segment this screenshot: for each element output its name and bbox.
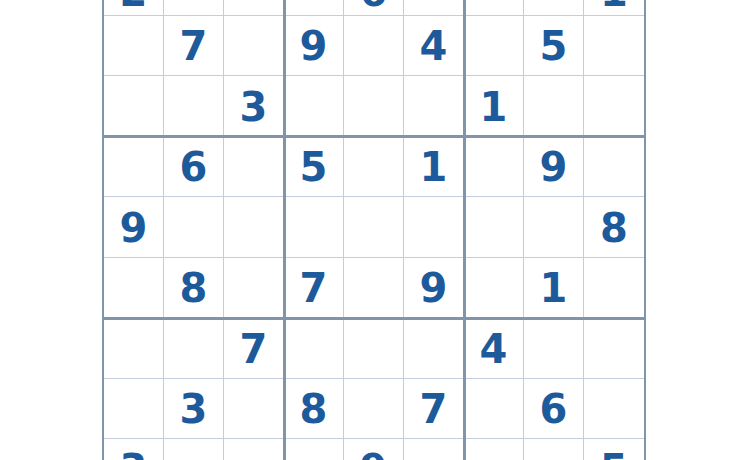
cell-r6c6[interactable]: 4 bbox=[464, 318, 524, 379]
cell-r0c3[interactable] bbox=[284, 0, 344, 16]
given-digit: 7 bbox=[240, 329, 268, 369]
cell-r2c7[interactable] bbox=[524, 76, 584, 137]
cell-r1c0[interactable] bbox=[104, 16, 164, 77]
cell-r7c6[interactable] bbox=[464, 379, 524, 440]
given-digit: 7 bbox=[420, 389, 448, 429]
cell-r2c5[interactable] bbox=[404, 76, 464, 137]
cell-r0c2[interactable] bbox=[224, 0, 284, 16]
cell-r3c4[interactable] bbox=[344, 137, 404, 198]
cell-r7c8[interactable] bbox=[584, 379, 644, 440]
cell-r7c4[interactable] bbox=[344, 379, 404, 440]
cell-r2c2[interactable]: 3 bbox=[224, 76, 284, 137]
cell-r7c3[interactable]: 8 bbox=[284, 379, 344, 440]
given-digit: 2 bbox=[120, 0, 148, 12]
cell-r2c6[interactable]: 1 bbox=[464, 76, 524, 137]
cell-r6c2[interactable]: 7 bbox=[224, 318, 284, 379]
given-digit: 8 bbox=[600, 208, 628, 248]
given-digit: 5 bbox=[540, 26, 568, 66]
given-digit: 1 bbox=[480, 87, 508, 127]
cell-r6c8[interactable] bbox=[584, 318, 644, 379]
cell-r4c4[interactable] bbox=[344, 197, 404, 258]
box-divider-vertical-right bbox=[463, 0, 466, 460]
cell-r4c1[interactable] bbox=[164, 197, 224, 258]
given-digit: 9 bbox=[420, 268, 448, 308]
cell-r8c0[interactable]: 3 bbox=[104, 439, 164, 460]
cell-r1c8[interactable] bbox=[584, 16, 644, 77]
cell-r5c8[interactable] bbox=[584, 258, 644, 319]
cell-r5c5[interactable]: 9 bbox=[404, 258, 464, 319]
cell-r4c2[interactable] bbox=[224, 197, 284, 258]
cell-r6c1[interactable] bbox=[164, 318, 224, 379]
cell-r0c8[interactable]: 1 bbox=[584, 0, 644, 16]
cell-r4c6[interactable] bbox=[464, 197, 524, 258]
given-digit: 5 bbox=[600, 449, 628, 460]
cell-r6c7[interactable] bbox=[524, 318, 584, 379]
box-divider-horizontal-bottom bbox=[104, 317, 644, 320]
cell-r3c0[interactable] bbox=[104, 137, 164, 198]
given-digit: 6 bbox=[360, 0, 388, 12]
sudoku-puzzle-image: 2617945316519988791743876395 bbox=[0, 0, 736, 460]
cell-r8c7[interactable] bbox=[524, 439, 584, 460]
given-digit: 1 bbox=[600, 0, 628, 12]
cell-r0c1[interactable] bbox=[164, 0, 224, 16]
cell-r5c1[interactable]: 8 bbox=[164, 258, 224, 319]
given-digit: 6 bbox=[540, 389, 568, 429]
cell-r3c5[interactable]: 1 bbox=[404, 137, 464, 198]
cell-r3c2[interactable] bbox=[224, 137, 284, 198]
cell-r6c3[interactable] bbox=[284, 318, 344, 379]
given-digit: 9 bbox=[360, 449, 388, 460]
cell-r2c1[interactable] bbox=[164, 76, 224, 137]
given-digit: 3 bbox=[120, 449, 148, 460]
cell-r5c2[interactable] bbox=[224, 258, 284, 319]
cell-r7c7[interactable]: 6 bbox=[524, 379, 584, 440]
cell-r0c5[interactable] bbox=[404, 0, 464, 16]
cell-r7c1[interactable]: 3 bbox=[164, 379, 224, 440]
cell-r5c0[interactable] bbox=[104, 258, 164, 319]
cell-r2c3[interactable] bbox=[284, 76, 344, 137]
given-digit: 6 bbox=[180, 147, 208, 187]
given-digit: 8 bbox=[180, 268, 208, 308]
cell-r2c8[interactable] bbox=[584, 76, 644, 137]
cell-r0c4[interactable]: 6 bbox=[344, 0, 404, 16]
cell-r8c1[interactable] bbox=[164, 439, 224, 460]
cell-r0c0[interactable]: 2 bbox=[104, 0, 164, 16]
cell-r1c4[interactable] bbox=[344, 16, 404, 77]
cell-r2c4[interactable] bbox=[344, 76, 404, 137]
cell-r0c6[interactable] bbox=[464, 0, 524, 16]
cell-r7c0[interactable] bbox=[104, 379, 164, 440]
cell-r6c0[interactable] bbox=[104, 318, 164, 379]
cell-r5c6[interactable] bbox=[464, 258, 524, 319]
cell-r7c2[interactable] bbox=[224, 379, 284, 440]
cell-r3c1[interactable]: 6 bbox=[164, 137, 224, 198]
given-digit: 3 bbox=[240, 87, 268, 127]
cell-r3c6[interactable] bbox=[464, 137, 524, 198]
given-digit: 9 bbox=[120, 208, 148, 248]
given-digit: 9 bbox=[540, 147, 568, 187]
given-digit: 3 bbox=[180, 389, 208, 429]
given-digit: 8 bbox=[300, 389, 328, 429]
cell-r8c3[interactable] bbox=[284, 439, 344, 460]
cell-r4c3[interactable] bbox=[284, 197, 344, 258]
cell-r1c1[interactable]: 7 bbox=[164, 16, 224, 77]
cell-r8c4[interactable]: 9 bbox=[344, 439, 404, 460]
cell-r3c3[interactable]: 5 bbox=[284, 137, 344, 198]
cell-r8c2[interactable] bbox=[224, 439, 284, 460]
cell-r4c0[interactable]: 9 bbox=[104, 197, 164, 258]
sudoku-cell-grid: 2617945316519988791743876395 bbox=[104, 0, 644, 460]
cell-r3c8[interactable] bbox=[584, 137, 644, 198]
given-digit: 1 bbox=[540, 268, 568, 308]
given-digit: 5 bbox=[300, 147, 328, 187]
sudoku-board: 2617945316519988791743876395 bbox=[102, 0, 646, 460]
cell-r7c5[interactable]: 7 bbox=[404, 379, 464, 440]
given-digit: 7 bbox=[180, 26, 208, 66]
cell-r2c0[interactable] bbox=[104, 76, 164, 137]
given-digit: 1 bbox=[420, 147, 448, 187]
box-divider-vertical-left bbox=[283, 0, 286, 460]
cell-r1c6[interactable] bbox=[464, 16, 524, 77]
cell-r3c7[interactable]: 9 bbox=[524, 137, 584, 198]
cell-r4c5[interactable] bbox=[404, 197, 464, 258]
cell-r1c5[interactable]: 4 bbox=[404, 16, 464, 77]
cell-r1c2[interactable] bbox=[224, 16, 284, 77]
cell-r4c8[interactable]: 8 bbox=[584, 197, 644, 258]
cell-r1c7[interactable]: 5 bbox=[524, 16, 584, 77]
cell-r5c4[interactable] bbox=[344, 258, 404, 319]
given-digit: 4 bbox=[420, 26, 448, 66]
given-digit: 9 bbox=[300, 26, 328, 66]
cell-r5c3[interactable]: 7 bbox=[284, 258, 344, 319]
given-digit: 4 bbox=[480, 329, 508, 369]
cell-r4c7[interactable] bbox=[524, 197, 584, 258]
cell-r0c7[interactable] bbox=[524, 0, 584, 16]
cell-r5c7[interactable]: 1 bbox=[524, 258, 584, 319]
cell-r8c8[interactable]: 5 bbox=[584, 439, 644, 460]
cell-r1c3[interactable]: 9 bbox=[284, 16, 344, 77]
cell-r8c6[interactable] bbox=[464, 439, 524, 460]
cell-r6c4[interactable] bbox=[344, 318, 404, 379]
box-divider-horizontal-top bbox=[104, 135, 644, 138]
cell-r8c5[interactable] bbox=[404, 439, 464, 460]
given-digit: 7 bbox=[300, 268, 328, 308]
cell-r6c5[interactable] bbox=[404, 318, 464, 379]
